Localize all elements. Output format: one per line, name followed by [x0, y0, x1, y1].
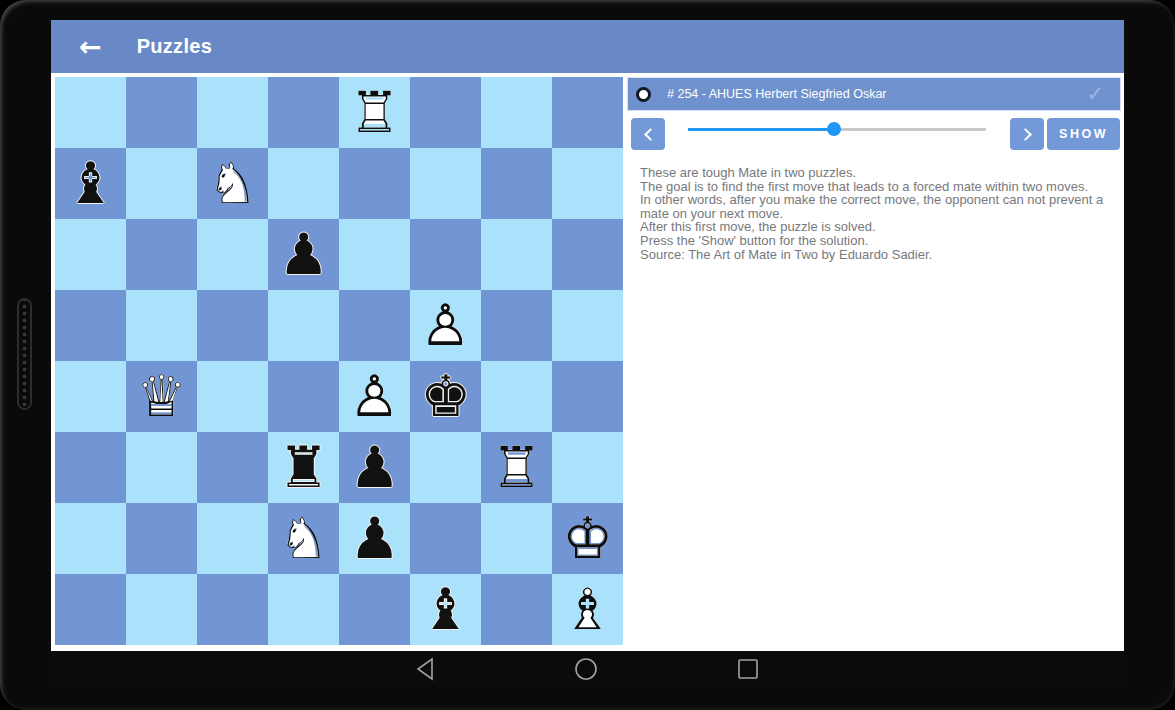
square-a2[interactable]	[55, 503, 126, 574]
square-b6[interactable]	[126, 219, 197, 290]
square-h2[interactable]: ♚♔	[552, 503, 623, 574]
puzzle-description: These are tough Mate in two puzzles. The…	[640, 166, 1124, 261]
chevron-left-icon	[644, 128, 657, 141]
square-c8[interactable]	[197, 77, 268, 148]
square-g8[interactable]	[481, 77, 552, 148]
square-e7[interactable]	[339, 148, 410, 219]
back-arrow-icon[interactable]: ←	[79, 33, 102, 60]
description-line: Source: The Art of Mate in Two by Eduard…	[640, 248, 1124, 262]
piece-black-pawn: ♟	[339, 432, 410, 503]
previous-puzzle-button[interactable]	[631, 118, 665, 150]
piece-black-bishop: ♝	[55, 148, 126, 219]
square-d1[interactable]	[268, 574, 339, 645]
square-d5[interactable]	[268, 290, 339, 361]
square-f2[interactable]	[410, 503, 481, 574]
square-a8[interactable]	[55, 77, 126, 148]
chevron-right-icon	[1019, 128, 1032, 141]
square-f5[interactable]: ♟♙	[410, 290, 481, 361]
show-button[interactable]: SHOW	[1047, 118, 1120, 150]
piece-white-bishop: ♝♗	[552, 574, 623, 645]
square-h6[interactable]	[552, 219, 623, 290]
square-a6[interactable]	[55, 219, 126, 290]
app-bar: ← Puzzles	[51, 20, 1124, 73]
square-f1[interactable]: ♝	[410, 574, 481, 645]
piece-black-king: ♚	[410, 361, 481, 432]
square-a1[interactable]	[55, 574, 126, 645]
piece-black-pawn: ♟	[268, 219, 339, 290]
square-f4[interactable]: ♚	[410, 361, 481, 432]
square-b1[interactable]	[126, 574, 197, 645]
page-title: Puzzles	[137, 35, 212, 58]
piece-black-pawn: ♟	[339, 503, 410, 574]
square-c1[interactable]	[197, 574, 268, 645]
puzzle-title: # 254 - AHUES Herbert Siegfried Oskar	[667, 87, 1086, 101]
square-f8[interactable]	[410, 77, 481, 148]
square-b7[interactable]	[126, 148, 197, 219]
piece-white-pawn: ♟♙	[410, 290, 481, 361]
check-icon: ✓	[1086, 82, 1104, 106]
piece-black-rook: ♜	[268, 432, 339, 503]
slider-thumb[interactable]	[827, 122, 841, 136]
square-a4[interactable]	[55, 361, 126, 432]
square-d6[interactable]: ♟	[268, 219, 339, 290]
square-g4[interactable]	[481, 361, 552, 432]
puzzle-header-bar[interactable]: # 254 - AHUES Herbert Siegfried Oskar ✓	[627, 77, 1121, 111]
square-c4[interactable]	[197, 361, 268, 432]
square-b3[interactable]	[126, 432, 197, 503]
square-h8[interactable]	[552, 77, 623, 148]
piece-black-bishop: ♝	[410, 574, 481, 645]
square-f6[interactable]	[410, 219, 481, 290]
square-e5[interactable]	[339, 290, 410, 361]
square-b5[interactable]	[126, 290, 197, 361]
square-h7[interactable]	[552, 148, 623, 219]
tablet-frame: ← Puzzles ♜♖♝♞♘♟♟♙♛♕♟♙♚♜♟♜♖♞♘♟♚♔♝♝♗ # 25…	[0, 0, 1175, 710]
next-puzzle-button[interactable]	[1010, 118, 1044, 150]
square-c6[interactable]	[197, 219, 268, 290]
square-a3[interactable]	[55, 432, 126, 503]
square-g1[interactable]	[481, 574, 552, 645]
square-e6[interactable]	[339, 219, 410, 290]
square-d3[interactable]: ♜	[268, 432, 339, 503]
square-b2[interactable]	[126, 503, 197, 574]
piece-white-knight: ♞♘	[268, 503, 339, 574]
square-d4[interactable]	[268, 361, 339, 432]
square-e4[interactable]: ♟♙	[339, 361, 410, 432]
square-c2[interactable]	[197, 503, 268, 574]
piece-white-king: ♚♔	[552, 503, 623, 574]
square-c7[interactable]: ♞♘	[197, 148, 268, 219]
piece-white-rook: ♜♖	[481, 432, 552, 503]
square-h1[interactable]: ♝♗	[552, 574, 623, 645]
square-d7[interactable]	[268, 148, 339, 219]
piece-white-knight: ♞♘	[197, 148, 268, 219]
description-line: These are tough Mate in two puzzles.	[640, 166, 1124, 180]
square-b8[interactable]	[126, 77, 197, 148]
square-g3[interactable]: ♜♖	[481, 432, 552, 503]
square-g2[interactable]	[481, 503, 552, 574]
speaker-grille	[17, 298, 32, 410]
radio-icon[interactable]	[636, 87, 651, 102]
android-back-icon[interactable]	[414, 656, 440, 682]
chess-board[interactable]: ♜♖♝♞♘♟♟♙♛♕♟♙♚♜♟♜♖♞♘♟♚♔♝♝♗	[55, 77, 623, 645]
slider-track-filled	[688, 128, 834, 132]
square-e8[interactable]: ♜♖	[339, 77, 410, 148]
square-h5[interactable]	[552, 290, 623, 361]
square-h3[interactable]	[552, 432, 623, 503]
square-a5[interactable]	[55, 290, 126, 361]
screen: ← Puzzles ♜♖♝♞♘♟♟♙♛♕♟♙♚♜♟♜♖♞♘♟♚♔♝♝♗ # 25…	[51, 20, 1124, 686]
square-g7[interactable]	[481, 148, 552, 219]
square-g6[interactable]	[481, 219, 552, 290]
square-e3[interactable]: ♟	[339, 432, 410, 503]
square-c5[interactable]	[197, 290, 268, 361]
square-g5[interactable]	[481, 290, 552, 361]
piece-white-queen: ♛♕	[126, 361, 197, 432]
square-h4[interactable]	[552, 361, 623, 432]
square-c3[interactable]	[197, 432, 268, 503]
description-line: In other words, after you make the corre…	[640, 193, 1124, 220]
square-a7[interactable]: ♝	[55, 148, 126, 219]
square-f7[interactable]	[410, 148, 481, 219]
square-e2[interactable]: ♟	[339, 503, 410, 574]
android-home-icon[interactable]	[573, 656, 599, 682]
square-d2[interactable]: ♞♘	[268, 503, 339, 574]
square-d8[interactable]	[268, 77, 339, 148]
piece-white-rook: ♜♖	[339, 77, 410, 148]
android-recents-icon[interactable]	[735, 656, 761, 682]
square-f3[interactable]	[410, 432, 481, 503]
description-line: After this first move, the puzzle is sol…	[640, 220, 1124, 234]
square-e1[interactable]	[339, 574, 410, 645]
description-line: The goal is to find the first move that …	[640, 180, 1124, 194]
square-b4[interactable]: ♛♕	[126, 361, 197, 432]
piece-white-pawn: ♟♙	[339, 361, 410, 432]
puzzle-slider[interactable]	[688, 119, 986, 139]
android-nav-bar	[51, 651, 1124, 686]
description-line: Press the 'Show' button for the solution…	[640, 234, 1124, 248]
